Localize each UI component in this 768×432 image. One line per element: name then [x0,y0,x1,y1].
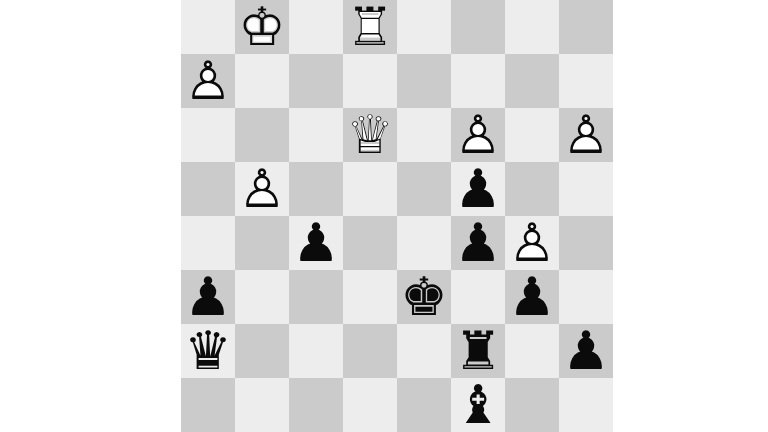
square-b8[interactable]: ♚♔ [235,0,289,54]
square-f7[interactable] [451,54,505,108]
piece-white-rook[interactable]: ♜♖ [343,0,397,54]
square-d1[interactable] [343,378,397,432]
square-d4[interactable] [343,216,397,270]
square-a2[interactable]: ♛ [181,324,235,378]
square-h3[interactable] [559,270,613,324]
piece-black-pawn[interactable]: ♟ [559,324,613,378]
square-f8[interactable] [451,0,505,54]
square-e6[interactable] [397,108,451,162]
piece-white-queen[interactable]: ♛♕ [343,108,397,162]
piece-white-pawn[interactable]: ♟♙ [181,54,235,108]
piece-white-outline: ♙ [505,216,559,270]
piece-black-pawn[interactable]: ♟ [451,162,505,216]
square-a7[interactable]: ♟♙ [181,54,235,108]
square-f1[interactable]: ♝ [451,378,505,432]
piece-white-outline: ♖ [343,0,397,54]
piece-white-outline: ♙ [235,162,289,216]
square-e7[interactable] [397,54,451,108]
square-d2[interactable] [343,324,397,378]
square-c3[interactable] [289,270,343,324]
square-h6[interactable]: ♟♙ [559,108,613,162]
square-g5[interactable] [505,162,559,216]
square-a1[interactable] [181,378,235,432]
square-b7[interactable] [235,54,289,108]
piece-black-pawn[interactable]: ♟ [181,270,235,324]
piece-white-outline: ♔ [235,0,289,54]
square-d7[interactable] [343,54,397,108]
square-g3[interactable]: ♟ [505,270,559,324]
square-b1[interactable] [235,378,289,432]
piece-black-queen[interactable]: ♛ [181,324,235,378]
square-d6[interactable]: ♛♕ [343,108,397,162]
square-g6[interactable] [505,108,559,162]
square-a3[interactable]: ♟ [181,270,235,324]
square-f4[interactable]: ♟ [451,216,505,270]
square-c4[interactable]: ♟ [289,216,343,270]
square-f3[interactable] [451,270,505,324]
square-h5[interactable] [559,162,613,216]
square-c2[interactable] [289,324,343,378]
square-h7[interactable] [559,54,613,108]
square-g1[interactable] [505,378,559,432]
square-f6[interactable]: ♟♙ [451,108,505,162]
square-b4[interactable] [235,216,289,270]
square-f5[interactable]: ♟ [451,162,505,216]
square-d3[interactable] [343,270,397,324]
square-f2[interactable]: ♜ [451,324,505,378]
square-h8[interactable] [559,0,613,54]
square-g4[interactable]: ♟♙ [505,216,559,270]
square-b6[interactable] [235,108,289,162]
square-g7[interactable] [505,54,559,108]
square-h4[interactable] [559,216,613,270]
piece-white-outline: ♙ [181,54,235,108]
square-a8[interactable] [181,0,235,54]
square-e3[interactable]: ♚ [397,270,451,324]
chess-board: ♚♔♜♖♟♙♛♕♟♙♟♙♟♙♟♟♟♟♙♟♚♟♛♜♟♝ [181,0,613,432]
square-b3[interactable] [235,270,289,324]
piece-white-outline: ♙ [451,108,505,162]
square-b2[interactable] [235,324,289,378]
piece-black-rook[interactable]: ♜ [451,324,505,378]
square-a4[interactable] [181,216,235,270]
square-e4[interactable] [397,216,451,270]
piece-white-pawn[interactable]: ♟♙ [559,108,613,162]
square-d8[interactable]: ♜♖ [343,0,397,54]
square-d5[interactable] [343,162,397,216]
square-a6[interactable] [181,108,235,162]
square-g8[interactable] [505,0,559,54]
square-h1[interactable] [559,378,613,432]
piece-white-king[interactable]: ♚♔ [235,0,289,54]
piece-white-outline: ♙ [559,108,613,162]
page: ♚♔♜♖♟♙♛♕♟♙♟♙♟♙♟♟♟♟♙♟♚♟♛♜♟♝ [0,0,768,432]
piece-white-outline: ♕ [343,108,397,162]
square-a5[interactable] [181,162,235,216]
square-e8[interactable] [397,0,451,54]
square-e5[interactable] [397,162,451,216]
piece-white-pawn[interactable]: ♟♙ [451,108,505,162]
piece-white-pawn[interactable]: ♟♙ [235,162,289,216]
piece-black-king[interactable]: ♚ [397,270,451,324]
square-e1[interactable] [397,378,451,432]
square-c1[interactable] [289,378,343,432]
square-b5[interactable]: ♟♙ [235,162,289,216]
square-g2[interactable] [505,324,559,378]
square-c8[interactable] [289,0,343,54]
square-c6[interactable] [289,108,343,162]
square-c5[interactable] [289,162,343,216]
piece-black-pawn[interactable]: ♟ [505,270,559,324]
piece-black-bishop[interactable]: ♝ [451,378,505,432]
piece-black-pawn[interactable]: ♟ [451,216,505,270]
square-e2[interactable] [397,324,451,378]
piece-black-pawn[interactable]: ♟ [289,216,343,270]
piece-white-pawn[interactable]: ♟♙ [505,216,559,270]
square-c7[interactable] [289,54,343,108]
square-h2[interactable]: ♟ [559,324,613,378]
